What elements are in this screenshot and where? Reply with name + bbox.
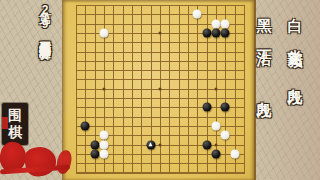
logo-char-2: 棋 <box>8 124 22 142</box>
black-stone <box>202 28 211 37</box>
black-player-rank: 九段 <box>256 90 273 92</box>
star-point <box>102 87 105 90</box>
white-stone <box>99 149 108 158</box>
white-stone <box>211 19 220 28</box>
white-stone <box>230 149 239 158</box>
last-move-marker <box>149 142 153 146</box>
white-stone <box>193 10 202 19</box>
seal-icon <box>2 117 8 129</box>
white-stone <box>221 131 230 140</box>
black-stone <box>211 28 220 37</box>
black-player-name: 丁浩 <box>256 38 273 40</box>
black-color-label: 黑 <box>256 6 273 7</box>
white-player-rank: 九段 <box>287 77 304 79</box>
star-point <box>214 143 217 146</box>
white-player-name: 党毅飞 <box>287 38 304 41</box>
black-stone <box>90 149 99 158</box>
black-stone <box>211 149 220 158</box>
logo-char-1: 围 <box>8 107 22 125</box>
white-stone <box>99 140 108 149</box>
white-stone <box>99 28 108 37</box>
star-point <box>158 31 161 34</box>
black-stone <box>81 121 90 130</box>
weiqi-logo: 围 棋 <box>2 103 28 145</box>
white-stone <box>221 19 230 28</box>
white-stone <box>211 121 220 130</box>
black-stone <box>221 28 230 37</box>
black-stone <box>221 103 230 112</box>
player-black: 黑 丁浩 九段 <box>254 6 273 92</box>
player-white: 白 党毅飞 九段 <box>285 6 304 79</box>
go-board <box>62 0 256 180</box>
black-stone <box>146 140 155 149</box>
black-stone <box>202 140 211 149</box>
black-stone <box>90 140 99 149</box>
black-stone <box>202 103 211 112</box>
star-point <box>214 87 217 90</box>
star-point <box>158 143 161 146</box>
white-color-label: 白 <box>287 6 304 7</box>
video-thumbnail: 第29届三星杯世界大师赛决赛 围 棋 黑 丁浩 九段 白 党毅飞 九段 <box>0 0 320 180</box>
white-stone <box>99 131 108 140</box>
star-point <box>158 87 161 90</box>
go-grid <box>76 5 245 174</box>
